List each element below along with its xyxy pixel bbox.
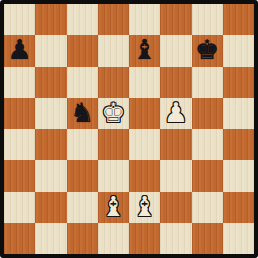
- white-king-d5: ♚: [101, 99, 125, 126]
- square-g5[interactable]: [192, 98, 223, 129]
- square-f8[interactable]: [160, 4, 191, 35]
- square-e2[interactable]: ♝: [129, 192, 160, 223]
- square-g3[interactable]: [192, 160, 223, 191]
- square-h2[interactable]: [223, 192, 254, 223]
- square-a1[interactable]: [4, 223, 35, 254]
- square-f6[interactable]: [160, 67, 191, 98]
- square-c1[interactable]: [67, 223, 98, 254]
- square-e7[interactable]: ♝: [129, 35, 160, 66]
- black-king-g7: ♚: [195, 36, 219, 63]
- white-bishop-d2: ♝: [101, 193, 125, 220]
- white-bishop-e2: ♝: [133, 193, 157, 220]
- board-frame: ♟♝♚♞♚♟♝♝: [0, 0, 258, 258]
- black-bishop-e7: ♝: [133, 36, 157, 63]
- square-d7[interactable]: [98, 35, 129, 66]
- square-f4[interactable]: [160, 129, 191, 160]
- square-a4[interactable]: [4, 129, 35, 160]
- square-g4[interactable]: [192, 129, 223, 160]
- square-f5[interactable]: ♟: [160, 98, 191, 129]
- square-e5[interactable]: [129, 98, 160, 129]
- square-e3[interactable]: [129, 160, 160, 191]
- square-c6[interactable]: [67, 67, 98, 98]
- square-h1[interactable]: [223, 223, 254, 254]
- square-d3[interactable]: [98, 160, 129, 191]
- square-g8[interactable]: [192, 4, 223, 35]
- square-c2[interactable]: [67, 192, 98, 223]
- square-b3[interactable]: [35, 160, 66, 191]
- square-b1[interactable]: [35, 223, 66, 254]
- square-h5[interactable]: [223, 98, 254, 129]
- square-c8[interactable]: [67, 4, 98, 35]
- square-e8[interactable]: [129, 4, 160, 35]
- square-a2[interactable]: [4, 192, 35, 223]
- square-d6[interactable]: [98, 67, 129, 98]
- square-a3[interactable]: [4, 160, 35, 191]
- square-c4[interactable]: [67, 129, 98, 160]
- square-b8[interactable]: [35, 4, 66, 35]
- square-d5[interactable]: ♚: [98, 98, 129, 129]
- square-f7[interactable]: [160, 35, 191, 66]
- square-a7[interactable]: ♟: [4, 35, 35, 66]
- square-d8[interactable]: [98, 4, 129, 35]
- square-g2[interactable]: [192, 192, 223, 223]
- square-c3[interactable]: [67, 160, 98, 191]
- square-h8[interactable]: [223, 4, 254, 35]
- square-b2[interactable]: [35, 192, 66, 223]
- square-b7[interactable]: [35, 35, 66, 66]
- square-c7[interactable]: [67, 35, 98, 66]
- square-e1[interactable]: [129, 223, 160, 254]
- square-d1[interactable]: [98, 223, 129, 254]
- square-h6[interactable]: [223, 67, 254, 98]
- square-a8[interactable]: [4, 4, 35, 35]
- square-f3[interactable]: [160, 160, 191, 191]
- square-a6[interactable]: [4, 67, 35, 98]
- square-d2[interactable]: ♝: [98, 192, 129, 223]
- square-e6[interactable]: [129, 67, 160, 98]
- square-g1[interactable]: [192, 223, 223, 254]
- square-e4[interactable]: [129, 129, 160, 160]
- square-f2[interactable]: [160, 192, 191, 223]
- square-h3[interactable]: [223, 160, 254, 191]
- square-b5[interactable]: [35, 98, 66, 129]
- square-d4[interactable]: [98, 129, 129, 160]
- square-h4[interactable]: [223, 129, 254, 160]
- square-c5[interactable]: ♞: [67, 98, 98, 129]
- black-knight-c5: ♞: [70, 99, 94, 126]
- square-g7[interactable]: ♚: [192, 35, 223, 66]
- square-b6[interactable]: [35, 67, 66, 98]
- white-pawn-f5: ♟: [164, 99, 188, 126]
- square-b4[interactable]: [35, 129, 66, 160]
- chess-board: ♟♝♚♞♚♟♝♝: [4, 4, 254, 254]
- square-g6[interactable]: [192, 67, 223, 98]
- square-a5[interactable]: [4, 98, 35, 129]
- black-pawn-a7: ♟: [8, 36, 32, 63]
- square-f1[interactable]: [160, 223, 191, 254]
- square-h7[interactable]: [223, 35, 254, 66]
